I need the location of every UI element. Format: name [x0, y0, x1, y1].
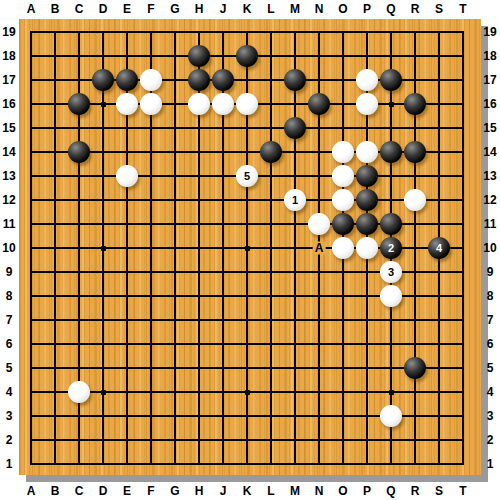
coord-bottom-H: H — [195, 484, 204, 498]
star-point — [245, 390, 250, 395]
coord-right-19: 19 — [483, 25, 496, 39]
coord-top-C: C — [75, 2, 84, 16]
coord-bottom-J: J — [220, 484, 227, 498]
coord-bottom-A: A — [27, 484, 36, 498]
coord-top-Q: Q — [386, 2, 395, 16]
coord-top-L: L — [267, 2, 274, 16]
point-label-A: A — [313, 242, 326, 255]
white-stone-E16 — [116, 93, 138, 115]
coord-bottom-Q: Q — [386, 484, 395, 498]
black-stone-E17 — [116, 69, 138, 91]
white-stone-J16 — [212, 93, 234, 115]
black-stone-Q17 — [380, 69, 402, 91]
coord-left-2: 2 — [6, 433, 13, 447]
coord-right-11: 11 — [484, 217, 497, 231]
coord-left-17: 17 — [2, 73, 15, 87]
white-stone-N11 — [308, 213, 330, 235]
coord-left-4: 4 — [6, 385, 13, 399]
coord-bottom-P: P — [363, 484, 371, 498]
black-stone-N16 — [308, 93, 330, 115]
white-stone-O14 — [332, 141, 354, 163]
black-stone-R5 — [404, 357, 426, 379]
black-stone-H17 — [188, 69, 210, 91]
coord-top-N: N — [315, 2, 324, 16]
grid-line — [30, 439, 464, 441]
coord-bottom-B: B — [51, 484, 60, 498]
move-number-5: 5 — [244, 171, 250, 182]
coord-right-5: 5 — [487, 361, 494, 375]
coord-right-15: 15 — [483, 121, 496, 135]
coord-right-6: 6 — [487, 337, 494, 351]
white-stone-P16 — [356, 93, 378, 115]
white-stone-E13 — [116, 165, 138, 187]
white-stone-Q9: 3 — [380, 261, 402, 283]
coord-top-M: M — [290, 2, 300, 16]
coord-bottom-K: K — [243, 484, 252, 498]
coord-right-3: 3 — [487, 409, 494, 423]
coord-right-9: 9 — [487, 265, 494, 279]
coord-top-R: R — [411, 2, 420, 16]
black-stone-P11 — [356, 213, 378, 235]
coord-bottom-S: S — [435, 484, 443, 498]
coord-left-1: 1 — [6, 457, 13, 471]
black-stone-J17 — [212, 69, 234, 91]
coord-top-D: D — [99, 2, 108, 16]
coord-top-G: G — [170, 2, 179, 16]
coord-left-9: 9 — [6, 265, 13, 279]
black-stone-M15 — [284, 117, 306, 139]
black-stone-R16 — [404, 93, 426, 115]
black-stone-M17 — [284, 69, 306, 91]
coord-left-6: 6 — [6, 337, 13, 351]
coord-top-E: E — [123, 2, 131, 16]
coord-left-8: 8 — [6, 289, 13, 303]
white-stone-F16 — [140, 93, 162, 115]
coord-right-1: 1 — [487, 457, 494, 471]
black-stone-K18 — [236, 45, 258, 67]
grid-line — [30, 343, 464, 345]
black-stone-P13 — [356, 165, 378, 187]
black-stone-P12 — [356, 189, 378, 211]
star-point — [389, 390, 394, 395]
white-stone-O13 — [332, 165, 354, 187]
coord-right-14: 14 — [483, 145, 496, 159]
coord-right-10: 10 — [483, 241, 496, 255]
coord-bottom-L: L — [267, 484, 274, 498]
coord-right-7: 7 — [487, 313, 494, 327]
white-stone-Q3 — [380, 405, 402, 427]
coord-bottom-G: G — [170, 484, 179, 498]
black-stone-R14 — [404, 141, 426, 163]
coord-top-H: H — [195, 2, 204, 16]
white-stone-P10 — [356, 237, 378, 259]
coord-left-14: 14 — [2, 145, 15, 159]
coord-bottom-F: F — [147, 484, 154, 498]
coord-left-5: 5 — [6, 361, 13, 375]
black-stone-C14 — [68, 141, 90, 163]
move-number-4: 4 — [436, 243, 442, 254]
coord-right-4: 4 — [487, 385, 494, 399]
black-stone-Q11 — [380, 213, 402, 235]
coord-top-J: J — [220, 2, 227, 16]
coord-left-16: 16 — [2, 97, 15, 111]
go-board: 24513A — [19, 19, 481, 475]
black-stone-Q10: 2 — [380, 237, 402, 259]
coord-left-3: 3 — [6, 409, 13, 423]
move-number-2: 2 — [388, 243, 394, 254]
white-stone-O10 — [332, 237, 354, 259]
white-stone-O12 — [332, 189, 354, 211]
coord-left-13: 13 — [2, 169, 15, 183]
coord-top-T: T — [459, 2, 466, 16]
white-stone-Q8 — [380, 285, 402, 307]
coord-bottom-T: T — [459, 484, 466, 498]
white-stone-K16 — [236, 93, 258, 115]
coord-bottom-M: M — [290, 484, 300, 498]
move-number-3: 3 — [388, 267, 394, 278]
coord-left-19: 19 — [2, 25, 15, 39]
go-diagram-frame: 24513A AABBCCDDEEFFGGHHJJKKLLMMNNOOPPQQR… — [0, 0, 500, 500]
coord-bottom-N: N — [315, 484, 324, 498]
black-stone-O11 — [332, 213, 354, 235]
white-stone-P17 — [356, 69, 378, 91]
star-point — [245, 246, 250, 251]
coord-bottom-E: E — [123, 484, 131, 498]
coord-bottom-R: R — [411, 484, 420, 498]
coord-right-16: 16 — [483, 97, 496, 111]
coord-left-15: 15 — [2, 121, 15, 135]
coord-top-O: O — [338, 2, 347, 16]
white-stone-K13: 5 — [236, 165, 258, 187]
black-stone-C16 — [68, 93, 90, 115]
coord-bottom-C: C — [75, 484, 84, 498]
star-point — [101, 390, 106, 395]
coord-top-P: P — [363, 2, 371, 16]
black-stone-D17 — [92, 69, 114, 91]
black-stone-S10: 4 — [428, 237, 450, 259]
grid-line — [30, 319, 464, 321]
coord-left-18: 18 — [2, 49, 15, 63]
white-stone-R12 — [404, 189, 426, 211]
coord-top-S: S — [435, 2, 443, 16]
star-point — [101, 102, 106, 107]
black-stone-Q14 — [380, 141, 402, 163]
coord-left-11: 11 — [3, 217, 16, 231]
coord-right-13: 13 — [483, 169, 496, 183]
white-stone-M12: 1 — [284, 189, 306, 211]
grid-line — [294, 31, 296, 465]
white-stone-P14 — [356, 141, 378, 163]
coord-right-17: 17 — [483, 73, 496, 87]
black-stone-H18 — [188, 45, 210, 67]
black-stone-L14 — [260, 141, 282, 163]
white-stone-C4 — [68, 381, 90, 403]
coord-left-12: 12 — [2, 193, 15, 207]
coord-top-F: F — [147, 2, 154, 16]
coord-right-2: 2 — [487, 433, 494, 447]
coord-top-A: A — [27, 2, 36, 16]
grid-line — [270, 31, 272, 465]
coord-bottom-O: O — [338, 484, 347, 498]
coord-right-18: 18 — [483, 49, 496, 63]
white-stone-F17 — [140, 69, 162, 91]
grid-line — [30, 367, 464, 369]
white-stone-H16 — [188, 93, 210, 115]
star-point — [101, 246, 106, 251]
coord-left-10: 10 — [2, 241, 15, 255]
grid-line — [30, 463, 464, 465]
coord-top-K: K — [243, 2, 252, 16]
grid-line — [462, 31, 464, 465]
star-point — [389, 102, 394, 107]
coord-left-7: 7 — [6, 313, 13, 327]
move-number-1: 1 — [292, 195, 298, 206]
coord-right-8: 8 — [487, 289, 494, 303]
coord-top-B: B — [51, 2, 60, 16]
coord-right-12: 12 — [483, 193, 496, 207]
coord-bottom-D: D — [99, 484, 108, 498]
